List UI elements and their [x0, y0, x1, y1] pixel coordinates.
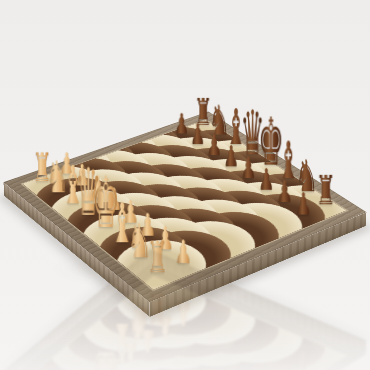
piece-base-ring: [152, 246, 177, 260]
piece-white-pawn-f2[interactable]: ♟: [126, 228, 168, 251]
piece-base-ring: [144, 270, 170, 285]
piece-base-ring: [118, 220, 142, 233]
scene-stage: ♜♞♝♛♚♝♞♜♟♟♟♟♟♟♟♟♟♟♟♟♟♟♟♟♜♞♝♛♚♝♞♜ ♜♞♝♛♚♝♞…: [0, 0, 370, 370]
piece-base-ring: [77, 216, 101, 229]
piece-base-ring: [170, 260, 196, 274]
piece-base-ring: [110, 242, 135, 256]
piece-base-ring: [61, 204, 85, 217]
piece-base-ring: [313, 203, 337, 216]
chessboard: ♜♞♝♛♚♝♞♜♟♟♟♟♟♟♟♟♟♟♟♟♟♟♟♟♜♞♝♛♚♝♞♜: [3, 112, 366, 303]
piece-base-ring: [102, 207, 126, 220]
piece-base-ring: [127, 256, 152, 270]
piece-base-ring: [135, 233, 160, 247]
piece-base-ring: [291, 212, 316, 225]
piece-base-ring: [272, 199, 296, 212]
chessboard-scene: ♜♞♝♛♚♝♞♜♟♟♟♟♟♟♟♟♟♟♟♟♟♟♟♟♜♞♝♛♚♝♞♜: [0, 0, 370, 370]
